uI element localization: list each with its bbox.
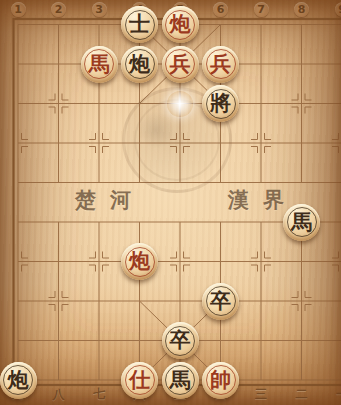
piece-character: 炮: [8, 369, 29, 390]
piece-red-cannon[interactable]: 炮: [162, 6, 199, 43]
piece-character: 馬: [170, 369, 191, 390]
piece-character: 卒: [170, 329, 191, 350]
piece-character: 士: [129, 13, 150, 34]
piece-black-horse[interactable]: 馬: [283, 204, 320, 241]
piece-red-advisor[interactable]: 仕: [121, 362, 158, 399]
xiangqi-board-screen[interactable]: 123456789 九八七六五四三二一 楚河 漢界 士炮馬炮兵兵將馬炮卒卒炮仕馬…: [0, 0, 341, 405]
piece-black-cannon[interactable]: 炮: [0, 362, 37, 399]
piece-black-general[interactable]: 將: [202, 85, 239, 122]
piece-character: 馬: [89, 53, 110, 74]
piece-character: 炮: [170, 13, 191, 34]
piece-character: 卒: [210, 290, 231, 311]
piece-character: 仕: [129, 369, 150, 390]
piece-character: 兵: [210, 53, 231, 74]
piece-character: 炮: [129, 250, 150, 271]
pieces-grid: 士炮馬炮兵兵將馬炮卒卒炮仕馬帥: [0, 5, 341, 400]
piece-character: 帥: [210, 369, 231, 390]
piece-black-cannon[interactable]: 炮: [121, 46, 158, 83]
piece-character: 炮: [129, 53, 150, 74]
last-move-indicator: [167, 91, 193, 117]
piece-character: 馬: [291, 211, 312, 232]
piece-red-horse[interactable]: 馬: [81, 46, 118, 83]
piece-character: 將: [210, 92, 231, 113]
piece-black-soldier[interactable]: 卒: [202, 283, 239, 320]
piece-red-soldier[interactable]: 兵: [162, 46, 199, 83]
piece-red-cannon[interactable]: 炮: [121, 243, 158, 280]
piece-character: 兵: [170, 53, 191, 74]
piece-red-general[interactable]: 帥: [202, 362, 239, 399]
piece-black-soldier[interactable]: 卒: [162, 322, 199, 359]
piece-black-advisor[interactable]: 士: [121, 6, 158, 43]
piece-black-horse[interactable]: 馬: [162, 362, 199, 399]
piece-red-soldier[interactable]: 兵: [202, 46, 239, 83]
